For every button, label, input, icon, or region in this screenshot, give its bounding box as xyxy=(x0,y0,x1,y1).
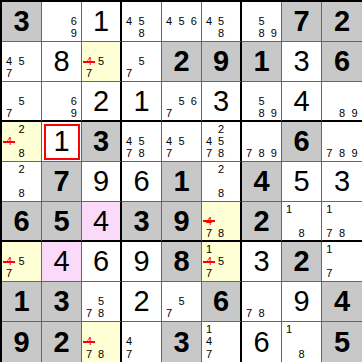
given-digit: 4 xyxy=(322,282,362,321)
cell-r4c4[interactable]: 4578 xyxy=(122,122,162,162)
cell-r3c5[interactable]: 567 xyxy=(162,82,202,122)
cell-r7c3[interactable]: 6 xyxy=(82,242,122,282)
cell-r9c1[interactable]: 9 xyxy=(2,322,42,362)
cell-r4c9[interactable]: 789 xyxy=(322,122,362,162)
candidate-7: 7 xyxy=(243,308,255,320)
cell-r8c7[interactable]: 78 xyxy=(242,282,282,322)
candidate-8: 8 xyxy=(15,148,27,160)
given-digit: 9 xyxy=(202,42,240,81)
cell-r5c1[interactable]: 28 xyxy=(2,162,42,202)
candidate-grid: 18 xyxy=(283,323,320,361)
candidate-grid: 248 xyxy=(3,123,40,160)
candidate-9: 9 xyxy=(268,148,280,160)
solved-digit: 9 xyxy=(282,282,321,321)
solved-digit: 1 xyxy=(82,2,120,41)
candidate-2: 2 xyxy=(15,123,27,135)
candidate-8: 8 xyxy=(255,107,267,119)
candidate-grid: 89 xyxy=(323,83,361,119)
candidate-6: 6 xyxy=(188,15,200,27)
cell-r2c8[interactable]: 3 xyxy=(282,42,322,82)
candidate-2: 2 xyxy=(215,123,227,135)
given-digit: 2 xyxy=(242,202,281,240)
candidate-5: 5 xyxy=(215,15,227,27)
eliminated-candidate-4: 4 xyxy=(3,135,15,147)
cell-r7c8[interactable]: 2 xyxy=(282,242,322,282)
given-digit: 2 xyxy=(42,322,81,362)
cell-r9c9[interactable]: 5 xyxy=(322,322,362,362)
candidate-4: 4 xyxy=(163,15,175,27)
candidate-4: 4 xyxy=(123,15,135,27)
given-digit: 3 xyxy=(162,322,201,362)
candidate-5: 5 xyxy=(95,55,107,67)
cell-r5c9[interactable]: 3 xyxy=(322,162,362,202)
candidate-grid: 789 xyxy=(323,123,361,160)
cell-r8c2[interactable]: 3 xyxy=(42,282,82,322)
solved-digit: 6 xyxy=(122,162,161,201)
candidate-6: 6 xyxy=(68,15,80,27)
candidate-grid: 57 xyxy=(163,283,200,320)
candidate-grid: 457 xyxy=(163,123,200,160)
candidate-7: 7 xyxy=(163,148,175,160)
cell-r3c9[interactable]: 89 xyxy=(322,82,362,122)
solved-digit: 6 xyxy=(82,242,120,281)
cell-r4c7[interactable]: 789 xyxy=(242,122,282,162)
candidate-5: 5 xyxy=(255,95,267,107)
cell-r2c3[interactable]: 457 xyxy=(82,42,122,82)
candidate-9: 9 xyxy=(348,107,361,119)
cell-r3c7[interactable]: 589 xyxy=(242,82,282,122)
candidate-1: 1 xyxy=(283,203,295,215)
cell-r7c2[interactable]: 4 xyxy=(42,242,82,282)
candidate-6: 6 xyxy=(68,95,80,107)
cell-r1c7[interactable]: 589 xyxy=(242,2,282,42)
given-digit: 4 xyxy=(242,162,281,201)
candidate-9: 9 xyxy=(68,28,80,40)
candidate-grid: 456 xyxy=(163,3,200,40)
candidate-grid: 78 xyxy=(243,283,280,320)
eliminated-candidate-4: 4 xyxy=(83,55,95,67)
candidate-grid: 478 xyxy=(203,203,239,239)
candidate-grid: 47 xyxy=(123,323,160,361)
cell-r9c4[interactable]: 47 xyxy=(122,322,162,362)
cell-r4c8[interactable]: 6 xyxy=(282,122,322,162)
solved-digit: 9 xyxy=(122,242,161,281)
candidate-4: 4 xyxy=(123,336,135,349)
given-digit: 5 xyxy=(322,322,362,362)
cell-r5c7[interactable]: 4 xyxy=(242,162,282,202)
cell-r3c6[interactable]: 3 xyxy=(202,82,242,122)
given-digit: 9 xyxy=(162,202,201,240)
cell-r3c4[interactable]: 1 xyxy=(122,82,162,122)
cell-r4c2[interactable]: 1 xyxy=(42,122,82,162)
candidate-4: 4 xyxy=(163,135,175,147)
candidate-grid: 567 xyxy=(163,83,200,119)
solved-digit: 4 xyxy=(282,82,321,120)
candidate-5: 5 xyxy=(215,255,227,267)
cell-r6c9[interactable]: 178 xyxy=(322,202,362,242)
candidate-5: 5 xyxy=(15,95,27,107)
cell-r2c1[interactable]: 457 xyxy=(2,42,42,82)
cell-r1c9[interactable]: 2 xyxy=(322,2,362,42)
candidate-8: 8 xyxy=(336,107,349,119)
cell-r3c1[interactable]: 57 xyxy=(2,82,42,122)
cell-r6c7[interactable]: 2 xyxy=(242,202,282,242)
cell-r6c6[interactable]: 478 xyxy=(202,202,242,242)
solved-digit: 3 xyxy=(202,82,240,120)
candidate-8: 8 xyxy=(215,28,227,40)
cell-r5c4[interactable]: 6 xyxy=(122,162,162,202)
candidate-7: 7 xyxy=(163,107,175,119)
eliminated-candidate-4: 4 xyxy=(203,215,215,227)
candidate-5: 5 xyxy=(175,15,187,27)
cell-r8c5[interactable]: 57 xyxy=(162,282,202,322)
solved-digit: 2 xyxy=(122,282,161,321)
cell-r4c5[interactable]: 457 xyxy=(162,122,202,162)
candidate-grid: 478 xyxy=(83,323,119,361)
candidate-grid: 789 xyxy=(243,123,280,160)
given-digit: 3 xyxy=(42,282,81,321)
cell-r4c1[interactable]: 248 xyxy=(2,122,42,162)
candidate-1: 1 xyxy=(323,203,336,215)
cell-r6c2[interactable]: 5 xyxy=(42,202,82,242)
given-digit: 2 xyxy=(322,2,362,41)
candidate-8: 8 xyxy=(295,348,307,361)
cell-r2c9[interactable]: 6 xyxy=(322,42,362,82)
cell-r9c5[interactable]: 3 xyxy=(162,322,202,362)
candidate-8: 8 xyxy=(215,188,227,200)
cell-r2c6[interactable]: 9 xyxy=(202,42,242,82)
candidate-5: 5 xyxy=(175,135,187,147)
eliminated-candidate-4: 4 xyxy=(83,336,95,349)
cell-r7c4[interactable]: 9 xyxy=(122,242,162,282)
candidate-7: 7 xyxy=(123,68,135,80)
cell-r8c4[interactable]: 2 xyxy=(122,282,162,322)
candidate-5: 5 xyxy=(215,135,227,147)
given-digit: 3 xyxy=(122,202,161,240)
candidate-7: 7 xyxy=(203,348,215,361)
candidate-7: 7 xyxy=(3,268,15,280)
cell-r3c2[interactable]: 69 xyxy=(42,82,82,122)
candidate-4: 4 xyxy=(203,15,215,27)
candidate-1: 1 xyxy=(203,323,215,336)
candidate-9: 9 xyxy=(68,107,80,119)
candidate-7: 7 xyxy=(83,348,95,361)
solved-digit: 4 xyxy=(82,202,120,240)
candidate-1: 1 xyxy=(203,243,215,255)
cell-r5c3[interactable]: 9 xyxy=(82,162,122,202)
cell-r2c2[interactable]: 8 xyxy=(42,42,82,82)
solved-digit: 2 xyxy=(82,82,120,120)
candidate-8: 8 xyxy=(135,28,147,40)
candidate-grid: 18 xyxy=(283,203,320,239)
cell-r1c4[interactable]: 458 xyxy=(122,2,162,42)
candidate-grid: 589 xyxy=(243,83,280,119)
candidate-5: 5 xyxy=(95,295,107,307)
candidate-grid: 1457 xyxy=(203,243,239,280)
candidate-grid: 4578 xyxy=(123,123,160,160)
candidate-8: 8 xyxy=(255,308,267,320)
candidate-8: 8 xyxy=(336,148,349,160)
candidate-8: 8 xyxy=(215,148,227,160)
candidate-4: 4 xyxy=(123,135,135,147)
candidate-grid: 457 xyxy=(83,43,119,80)
eliminated-candidate-4: 4 xyxy=(3,255,15,267)
candidate-grid: 24578 xyxy=(203,123,239,160)
cell-r6c8[interactable]: 18 xyxy=(282,202,322,242)
cell-r8c8[interactable]: 9 xyxy=(282,282,322,322)
cell-r1c5[interactable]: 456 xyxy=(162,2,202,42)
candidate-5: 5 xyxy=(135,15,147,27)
candidate-grid: 69 xyxy=(43,3,80,40)
solved-digit: 6 xyxy=(242,322,281,362)
cell-r2c5[interactable]: 2 xyxy=(162,42,202,82)
cell-r1c2[interactable]: 69 xyxy=(42,2,82,42)
cell-r5c5[interactable]: 1 xyxy=(162,162,202,202)
cell-r9c8[interactable]: 18 xyxy=(282,322,322,362)
candidate-5: 5 xyxy=(135,55,147,67)
candidate-1: 1 xyxy=(323,243,336,255)
cell-r8c1[interactable]: 1 xyxy=(2,282,42,322)
cell-r4c3[interactable]: 3 xyxy=(82,122,122,162)
cell-r9c6[interactable]: 147 xyxy=(202,322,242,362)
given-digit: 1 xyxy=(2,282,41,321)
candidate-5: 5 xyxy=(135,135,147,147)
candidate-8: 8 xyxy=(135,148,147,160)
cell-r1c8[interactable]: 7 xyxy=(282,2,322,42)
cell-r5c6[interactable]: 28 xyxy=(202,162,242,202)
cell-r7c1[interactable]: 457 xyxy=(2,242,42,282)
given-digit: 6 xyxy=(2,202,41,240)
given-digit: 6 xyxy=(202,282,240,321)
candidate-5: 5 xyxy=(15,55,27,67)
given-digit: 1 xyxy=(162,162,201,201)
candidate-2: 2 xyxy=(215,163,227,175)
candidate-grid: 178 xyxy=(323,203,361,239)
given-digit: 6 xyxy=(322,42,362,81)
given-digit: 8 xyxy=(162,242,201,281)
given-digit: 1 xyxy=(242,42,281,81)
candidate-8: 8 xyxy=(336,227,349,239)
candidate-8: 8 xyxy=(95,308,107,320)
cell-r2c7[interactable]: 1 xyxy=(242,42,282,82)
candidate-7: 7 xyxy=(3,107,15,119)
cell-r6c3[interactable]: 4 xyxy=(82,202,122,242)
sudoku-board: 3691458456458589724578457572913657692156… xyxy=(0,0,362,362)
given-digit: 2 xyxy=(162,42,201,81)
candidate-7: 7 xyxy=(243,148,255,160)
candidate-2: 2 xyxy=(15,163,27,175)
candidate-4: 4 xyxy=(203,336,215,349)
candidate-4: 4 xyxy=(203,135,215,147)
candidate-1: 1 xyxy=(283,323,295,336)
given-digit: 7 xyxy=(282,2,321,41)
candidate-grid: 458 xyxy=(123,3,160,40)
given-digit: 3 xyxy=(2,2,41,41)
cell-r8c6[interactable]: 6 xyxy=(202,282,242,322)
candidate-7: 7 xyxy=(323,148,336,160)
candidate-8: 8 xyxy=(255,148,267,160)
eliminated-candidate-4: 4 xyxy=(203,255,215,267)
cell-r6c1[interactable]: 6 xyxy=(2,202,42,242)
cell-r9c3[interactable]: 478 xyxy=(82,322,122,362)
candidate-5: 5 xyxy=(15,255,27,267)
solved-digit: 1 xyxy=(122,82,161,120)
candidate-8: 8 xyxy=(295,227,307,239)
candidate-grid: 28 xyxy=(3,163,40,200)
candidate-7: 7 xyxy=(83,308,95,320)
candidate-8: 8 xyxy=(95,348,107,361)
cell-r7c6[interactable]: 1457 xyxy=(202,242,242,282)
cell-r5c8[interactable]: 5 xyxy=(282,162,322,202)
cell-r8c9[interactable]: 4 xyxy=(322,282,362,322)
candidate-7: 7 xyxy=(323,268,336,280)
candidate-8: 8 xyxy=(255,28,267,40)
candidate-7: 7 xyxy=(203,268,215,280)
solved-digit: 4 xyxy=(42,242,81,281)
candidate-7: 7 xyxy=(83,68,95,80)
cell-r4c6[interactable]: 24578 xyxy=(202,122,242,162)
candidate-grid: 147 xyxy=(203,323,239,361)
candidate-7: 7 xyxy=(203,148,215,160)
candidate-grid: 457 xyxy=(3,43,40,80)
cell-r3c3[interactable]: 2 xyxy=(82,82,122,122)
candidate-7: 7 xyxy=(323,227,336,239)
given-digit: 7 xyxy=(42,162,81,201)
cell-r2c4[interactable]: 57 xyxy=(122,42,162,82)
solved-digit: 9 xyxy=(82,162,120,201)
solved-digit: 3 xyxy=(242,242,281,281)
cell-r1c3[interactable]: 1 xyxy=(82,2,122,42)
candidate-8: 8 xyxy=(15,188,27,200)
candidate-5: 5 xyxy=(175,95,187,107)
given-digit: 2 xyxy=(282,242,321,281)
cell-r1c6[interactable]: 458 xyxy=(202,2,242,42)
candidate-grid: 17 xyxy=(323,243,361,280)
cell-r7c5[interactable]: 8 xyxy=(162,242,202,282)
candidate-7: 7 xyxy=(3,68,15,80)
candidate-grid: 589 xyxy=(243,3,280,40)
candidate-9: 9 xyxy=(268,107,280,119)
candidate-grid: 458 xyxy=(203,3,239,40)
candidate-grid: 57 xyxy=(123,43,160,80)
cell-r1c1[interactable]: 3 xyxy=(2,2,42,42)
cell-r8c3[interactable]: 578 xyxy=(82,282,122,322)
candidate-9: 9 xyxy=(268,28,280,40)
candidate-6: 6 xyxy=(188,95,200,107)
candidate-5: 5 xyxy=(255,15,267,27)
cell-r6c5[interactable]: 9 xyxy=(162,202,202,242)
candidate-grid: 457 xyxy=(3,243,40,280)
candidate-7: 7 xyxy=(163,308,175,320)
cell-r3c8[interactable]: 4 xyxy=(282,82,322,122)
candidate-9: 9 xyxy=(348,148,361,160)
cell-r9c7[interactable]: 6 xyxy=(242,322,282,362)
candidate-grid: 28 xyxy=(203,163,239,200)
given-digit: 9 xyxy=(2,322,41,362)
solved-digit: 3 xyxy=(282,42,321,81)
solved-digit: 3 xyxy=(322,162,362,201)
candidate-8: 8 xyxy=(215,227,227,239)
given-digit: 6 xyxy=(282,122,321,161)
solved-digit: 5 xyxy=(282,162,321,201)
cell-r7c9[interactable]: 17 xyxy=(322,242,362,282)
cell-r5c2[interactable]: 7 xyxy=(42,162,82,202)
solved-digit: 1 xyxy=(42,122,81,161)
solved-digit: 8 xyxy=(42,42,81,81)
cell-r6c4[interactable]: 3 xyxy=(122,202,162,242)
given-digit: 3 xyxy=(82,122,120,161)
given-digit: 5 xyxy=(42,202,81,240)
candidate-grid: 578 xyxy=(83,283,119,320)
cell-r9c2[interactable]: 2 xyxy=(42,322,82,362)
candidate-4: 4 xyxy=(3,55,15,67)
cell-r7c7[interactable]: 3 xyxy=(242,242,282,282)
candidate-grid: 69 xyxy=(43,83,80,119)
candidate-7: 7 xyxy=(203,227,215,239)
candidate-grid: 57 xyxy=(3,83,40,119)
candidate-5: 5 xyxy=(175,295,187,307)
candidate-7: 7 xyxy=(123,148,135,160)
candidate-7: 7 xyxy=(123,348,135,361)
